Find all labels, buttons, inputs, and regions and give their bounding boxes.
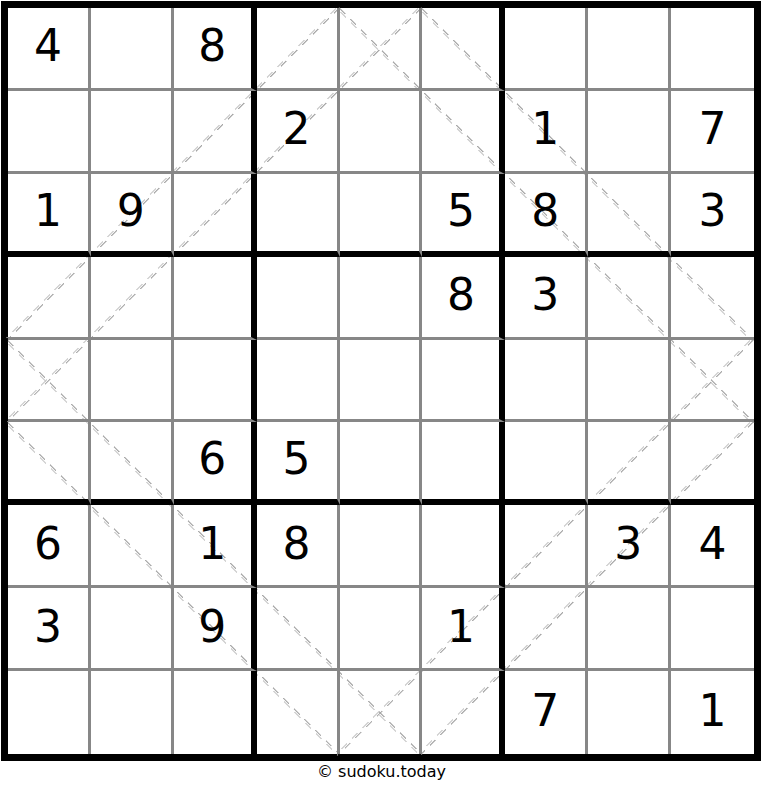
cell-r9c4[interactable] xyxy=(257,671,340,754)
cell-r5c1[interactable] xyxy=(8,340,91,423)
cell-r2c3[interactable] xyxy=(174,91,257,174)
cell-r5c2[interactable] xyxy=(91,340,174,423)
cell-r5c3[interactable] xyxy=(174,340,257,423)
cell-r4c6: 8 xyxy=(422,257,505,340)
cell-r2c1[interactable] xyxy=(8,91,91,174)
cell-r1c1: 4 xyxy=(8,8,91,91)
cell-r2c6[interactable] xyxy=(422,91,505,174)
cell-r7c2[interactable] xyxy=(91,505,174,588)
cell-r8c4[interactable] xyxy=(257,588,340,671)
sudoku-board: 482171958383656183439171 xyxy=(1,1,761,761)
cell-r4c2[interactable] xyxy=(91,257,174,340)
cell-r9c2[interactable] xyxy=(91,671,174,754)
cell-r3c7: 8 xyxy=(505,174,588,257)
cell-r6c9[interactable] xyxy=(671,422,754,505)
cell-r4c9[interactable] xyxy=(671,257,754,340)
cell-r9c8[interactable] xyxy=(588,671,671,754)
cell-r8c8[interactable] xyxy=(588,588,671,671)
cell-r4c3[interactable] xyxy=(174,257,257,340)
cell-r6c1[interactable] xyxy=(8,422,91,505)
cell-r8c6: 1 xyxy=(422,588,505,671)
cell-r8c5[interactable] xyxy=(340,588,423,671)
cell-r9c1[interactable] xyxy=(8,671,91,754)
cell-r7c8: 3 xyxy=(588,505,671,588)
cell-r6c4: 5 xyxy=(257,422,340,505)
cell-r3c1: 1 xyxy=(8,174,91,257)
cell-r6c2[interactable] xyxy=(91,422,174,505)
cell-r6c7[interactable] xyxy=(505,422,588,505)
cell-r2c2[interactable] xyxy=(91,91,174,174)
cell-r9c6[interactable] xyxy=(422,671,505,754)
cell-r3c9: 3 xyxy=(671,174,754,257)
sudoku-grid: 482171958383656183439171 xyxy=(8,8,754,754)
cell-r2c7: 1 xyxy=(505,91,588,174)
cell-r7c7[interactable] xyxy=(505,505,588,588)
cell-r5c7[interactable] xyxy=(505,340,588,423)
cell-r4c7: 3 xyxy=(505,257,588,340)
cell-r3c4[interactable] xyxy=(257,174,340,257)
cell-r3c8[interactable] xyxy=(588,174,671,257)
cell-r8c7[interactable] xyxy=(505,588,588,671)
cell-r7c5[interactable] xyxy=(340,505,423,588)
cell-r2c8[interactable] xyxy=(588,91,671,174)
cell-r2c5[interactable] xyxy=(340,91,423,174)
cell-r4c1[interactable] xyxy=(8,257,91,340)
puzzle-page: 482171958383656183439171 © sudoku.today xyxy=(0,0,765,785)
credit-text: © sudoku.today xyxy=(0,762,763,782)
cell-r4c5[interactable] xyxy=(340,257,423,340)
cell-r9c7: 7 xyxy=(505,671,588,754)
cell-r5c8[interactable] xyxy=(588,340,671,423)
cell-r9c9: 1 xyxy=(671,671,754,754)
cell-r5c4[interactable] xyxy=(257,340,340,423)
cell-r1c9[interactable] xyxy=(671,8,754,91)
cell-r7c4: 8 xyxy=(257,505,340,588)
cell-r6c6[interactable] xyxy=(422,422,505,505)
cell-r8c3: 9 xyxy=(174,588,257,671)
cell-r5c6[interactable] xyxy=(422,340,505,423)
cell-r9c3[interactable] xyxy=(174,671,257,754)
cell-r2c4: 2 xyxy=(257,91,340,174)
cell-r1c5[interactable] xyxy=(340,8,423,91)
cell-r8c1: 3 xyxy=(8,588,91,671)
cell-r1c8[interactable] xyxy=(588,8,671,91)
cell-r6c3: 6 xyxy=(174,422,257,505)
cell-r3c6: 5 xyxy=(422,174,505,257)
cell-r1c4[interactable] xyxy=(257,8,340,91)
cell-r9c5[interactable] xyxy=(340,671,423,754)
cell-r3c2: 9 xyxy=(91,174,174,257)
cell-r1c7[interactable] xyxy=(505,8,588,91)
cell-r8c9[interactable] xyxy=(671,588,754,671)
cell-r6c8[interactable] xyxy=(588,422,671,505)
cell-r7c3: 1 xyxy=(174,505,257,588)
cell-r4c4[interactable] xyxy=(257,257,340,340)
cell-r6c5[interactable] xyxy=(340,422,423,505)
cell-r1c6[interactable] xyxy=(422,8,505,91)
cell-r1c2[interactable] xyxy=(91,8,174,91)
cell-r2c9: 7 xyxy=(671,91,754,174)
cell-r3c5[interactable] xyxy=(340,174,423,257)
cell-r5c9[interactable] xyxy=(671,340,754,423)
cell-r7c1: 6 xyxy=(8,505,91,588)
cell-r7c6[interactable] xyxy=(422,505,505,588)
cell-r7c9: 4 xyxy=(671,505,754,588)
cell-r8c2[interactable] xyxy=(91,588,174,671)
cell-r3c3[interactable] xyxy=(174,174,257,257)
cell-r1c3: 8 xyxy=(174,8,257,91)
cell-r5c5[interactable] xyxy=(340,340,423,423)
cell-r4c8[interactable] xyxy=(588,257,671,340)
